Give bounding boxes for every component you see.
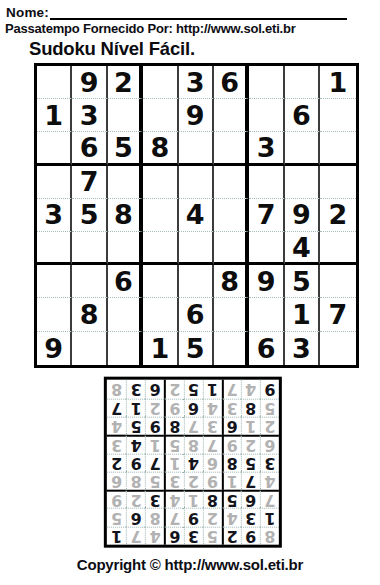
solution-cell-r9c2: 4: [241, 380, 260, 398]
puzzle-cell-r7c6: 8: [214, 265, 249, 298]
solution-cell-r6c7: 1: [145, 435, 164, 453]
puzzle-cell-r6c6[interactable]: [214, 232, 249, 265]
solution-cell-r7c7: 9: [145, 417, 164, 435]
puzzle-cell-r2c4[interactable]: [143, 99, 178, 132]
puzzle-cell-r3c9[interactable]: [320, 132, 355, 165]
solution-cell-r5c7: 7: [145, 453, 164, 471]
solution-cell-r7c8: 5: [126, 417, 145, 435]
puzzle-cell-r9c6[interactable]: [214, 332, 249, 365]
solution-cell-r7c9: 4: [107, 417, 126, 435]
puzzle-cell-r9c4: 1: [143, 332, 178, 365]
solution-cell-r5c4: 6: [202, 453, 221, 471]
puzzle-cell-r6c4[interactable]: [143, 232, 178, 265]
puzzle-cell-r1c1[interactable]: [37, 66, 72, 99]
solution-cell-r4c6: 3: [164, 471, 183, 489]
puzzle-cell-r5c3: 8: [108, 199, 143, 232]
solution-cell-r3c9: 9: [107, 490, 126, 508]
puzzle-cell-r6c9[interactable]: [320, 232, 355, 265]
solution-cell-r2c2: 3: [241, 508, 260, 526]
solution-cell-r6c8: 4: [126, 435, 145, 453]
solution-cell-r4c4: 9: [202, 471, 221, 489]
puzzle-cell-r5c9: 2: [320, 199, 355, 232]
puzzle-cell-r1c3: 2: [108, 66, 143, 99]
puzzle-cell-r2c1: 1: [37, 99, 72, 132]
solution-cell-r8c3: 3: [222, 398, 241, 416]
puzzle-cell-r2c3[interactable]: [108, 99, 143, 132]
puzzle-cell-r5c8: 9: [285, 199, 320, 232]
puzzle-cell-r4c3[interactable]: [108, 166, 143, 199]
solution-cell-r9c6: 2: [164, 380, 183, 398]
puzzle-cell-r7c2[interactable]: [72, 265, 107, 298]
puzzle-cell-r1c2: 9: [72, 66, 107, 99]
puzzle-cell-r5c7: 7: [249, 199, 284, 232]
solution-cell-r7c3: 6: [222, 417, 241, 435]
solution-cell-r4c9: 6: [107, 471, 126, 489]
solution-cell-r5c5: 4: [183, 453, 202, 471]
puzzle-cell-r5c2: 5: [72, 199, 107, 232]
solution-cell-r9c4: 1: [202, 380, 221, 398]
solution-cell-r8c7: 2: [145, 398, 164, 416]
puzzle-cell-r3c3: 5: [108, 132, 143, 165]
puzzle-cell-r4c6[interactable]: [214, 166, 249, 199]
puzzle-cell-r3c6[interactable]: [214, 132, 249, 165]
puzzle-cell-r9c2[interactable]: [72, 332, 107, 365]
solution-cell-r1c5: 3: [183, 526, 202, 544]
copyright-line: Copyright © http://www.sol.eti.br: [0, 556, 380, 573]
puzzle-cell-r4c7[interactable]: [249, 166, 284, 199]
provider-line: Passatempo Fornecido Por: http://www.sol…: [5, 21, 296, 36]
puzzle-cell-r8c5: 6: [179, 298, 214, 331]
sudoku-puzzle-grid[interactable]: 92361139665837358479246895861791563: [34, 63, 359, 368]
puzzle-cell-r1c9: 1: [320, 66, 355, 99]
puzzle-cell-r3c5[interactable]: [179, 132, 214, 165]
solution-cell-r2c3: 4: [222, 508, 241, 526]
puzzle-cell-r6c2[interactable]: [72, 232, 107, 265]
solution-cell-r9c9: 8: [107, 380, 126, 398]
page-title: Sudoku Nível Fácil.: [29, 38, 195, 60]
solution-cell-r5c1: 3: [260, 453, 279, 471]
solution-cell-r4c2: 7: [241, 471, 260, 489]
puzzle-cell-r2c8: 6: [285, 99, 320, 132]
solution-cell-r4c5: 2: [183, 471, 202, 489]
solution-cell-r1c3: 2: [222, 526, 241, 544]
puzzle-cell-r9c1: 9: [37, 332, 72, 365]
puzzle-cell-r2c7[interactable]: [249, 99, 284, 132]
puzzle-cell-r9c7: 6: [249, 332, 284, 365]
puzzle-cell-r6c3[interactable]: [108, 232, 143, 265]
puzzle-cell-r3c7: 3: [249, 132, 284, 165]
solution-cell-r8c9: 7: [107, 398, 126, 416]
solution-cell-r1c8: 7: [126, 526, 145, 544]
puzzle-cell-r1c8[interactable]: [285, 66, 320, 99]
solution-cell-r1c4: 5: [202, 526, 221, 544]
solution-cell-r6c9: 3: [107, 435, 126, 453]
solution-cell-r9c3: 7: [222, 380, 241, 398]
puzzle-cell-r4c4[interactable]: [143, 166, 178, 199]
puzzle-cell-r4c5[interactable]: [179, 166, 214, 199]
solution-cell-r2c7: 8: [145, 508, 164, 526]
solution-cell-r1c9: 1: [107, 526, 126, 544]
name-row: Nome:: [6, 2, 348, 20]
solution-cell-r9c1: 9: [260, 380, 279, 398]
solution-cell-r3c3: 5: [222, 490, 241, 508]
puzzle-cell-r4c9[interactable]: [320, 166, 355, 199]
solution-cell-r8c4: 4: [202, 398, 221, 416]
solution-cell-r2c4: 2: [202, 508, 221, 526]
solution-cell-r3c2: 6: [241, 490, 260, 508]
puzzle-cell-r5c4[interactable]: [143, 199, 178, 232]
puzzle-cell-r7c4[interactable]: [143, 265, 178, 298]
puzzle-cell-r6c1[interactable]: [37, 232, 72, 265]
solution-cell-r6c5: 8: [183, 435, 202, 453]
solution-cell-r3c4: 8: [202, 490, 221, 508]
solution-cell-r1c6: 6: [164, 526, 183, 544]
solution-cell-r2c6: 7: [164, 508, 183, 526]
solution-cell-r8c8: 1: [126, 398, 145, 416]
puzzle-cell-r7c3: 6: [108, 265, 143, 298]
solution-cell-r6c2: 2: [241, 435, 260, 453]
solution-cell-r5c9: 2: [107, 453, 126, 471]
puzzle-cell-r6c8: 4: [285, 232, 320, 265]
name-label: Nome:: [6, 5, 49, 20]
puzzle-cell-r9c5: 5: [179, 332, 214, 365]
solution-cell-r6c6: 5: [164, 435, 183, 453]
puzzle-cell-r3c4: 8: [143, 132, 178, 165]
solution-cell-r7c5: 7: [183, 417, 202, 435]
solution-cell-r1c1: 8: [260, 526, 279, 544]
solution-cell-r5c8: 9: [126, 453, 145, 471]
solution-cell-r8c5: 6: [183, 398, 202, 416]
solution-cell-r7c1: 2: [260, 417, 279, 435]
puzzle-cell-r9c9[interactable]: [320, 332, 355, 365]
solution-cell-r4c7: 5: [145, 471, 164, 489]
solution-cell-r1c7: 4: [145, 526, 164, 544]
solution-cell-r8c6: 9: [164, 398, 183, 416]
solution-cell-r8c1: 5: [260, 398, 279, 416]
solution-cell-r4c1: 4: [260, 471, 279, 489]
puzzle-cell-r1c6: 6: [214, 66, 249, 99]
puzzle-cell-r1c7[interactable]: [249, 66, 284, 99]
puzzle-cell-r4c2: 7: [72, 166, 107, 199]
puzzle-cell-r3c1[interactable]: [37, 132, 72, 165]
solution-cell-r2c5: 9: [183, 508, 202, 526]
solution-cell-r5c6: 1: [164, 453, 183, 471]
puzzle-cell-r8c7[interactable]: [249, 298, 284, 331]
solution-cell-r6c1: 6: [260, 435, 279, 453]
solution-cell-r3c1: 7: [260, 490, 279, 508]
solution-cell-r1c2: 9: [241, 526, 260, 544]
puzzle-cell-r8c6[interactable]: [214, 298, 249, 331]
puzzle-cell-r1c5: 3: [179, 66, 214, 99]
solution-cell-r7c6: 8: [164, 417, 183, 435]
puzzle-cell-r7c5[interactable]: [179, 265, 214, 298]
sudoku-solution-grid-rotated: 8925364711342978657658143294719235863586…: [104, 377, 282, 548]
puzzle-cell-r5c1: 3: [37, 199, 72, 232]
puzzle-cell-r7c7: 9: [249, 265, 284, 298]
puzzle-cell-r9c3[interactable]: [108, 332, 143, 365]
puzzle-cell-r8c3[interactable]: [108, 298, 143, 331]
puzzle-cell-r8c1[interactable]: [37, 298, 72, 331]
solution-cell-r8c2: 8: [241, 398, 260, 416]
solution-cell-r7c4: 3: [202, 417, 221, 435]
solution-cell-r4c8: 8: [126, 471, 145, 489]
puzzle-cell-r3c2: 6: [72, 132, 107, 165]
solution-cell-r4c3: 1: [222, 471, 241, 489]
puzzle-cell-r5c5: 4: [179, 199, 214, 232]
puzzle-cell-r8c9: 7: [320, 298, 355, 331]
solution-cell-r5c2: 5: [241, 453, 260, 471]
puzzle-cell-r7c9[interactable]: [320, 265, 355, 298]
puzzle-cell-r7c8: 5: [285, 265, 320, 298]
solution-cell-r3c8: 2: [126, 490, 145, 508]
solution-cell-r9c7: 6: [145, 380, 164, 398]
solution-cell-r2c9: 5: [107, 508, 126, 526]
puzzle-cell-r8c4[interactable]: [143, 298, 178, 331]
puzzle-cell-r3c8[interactable]: [285, 132, 320, 165]
puzzle-cell-r6c7[interactable]: [249, 232, 284, 265]
solution-cell-r2c1: 1: [260, 508, 279, 526]
puzzle-cell-r6c5[interactable]: [179, 232, 214, 265]
puzzle-cell-r5c6[interactable]: [214, 199, 249, 232]
puzzle-cell-r8c2: 8: [72, 298, 107, 331]
solution-cell-r3c6: 4: [164, 490, 183, 508]
solution-cell-r9c8: 3: [126, 380, 145, 398]
puzzle-cell-r1c4[interactable]: [143, 66, 178, 99]
solution-cell-r2c8: 6: [126, 508, 145, 526]
puzzle-cell-r7c1[interactable]: [37, 265, 72, 298]
solution-cell-r5c3: 8: [222, 453, 241, 471]
solution-cell-r3c7: 3: [145, 490, 164, 508]
solution-cell-r7c2: 1: [241, 417, 260, 435]
puzzle-cell-r9c8: 3: [285, 332, 320, 365]
name-blank-line[interactable]: [50, 5, 347, 20]
puzzle-cell-r8c8: 1: [285, 298, 320, 331]
puzzle-cell-r2c5: 9: [179, 99, 214, 132]
solution-cell-r6c3: 9: [222, 435, 241, 453]
puzzle-cell-r4c1[interactable]: [37, 166, 72, 199]
puzzle-cell-r2c6[interactable]: [214, 99, 249, 132]
puzzle-cell-r2c2: 3: [72, 99, 107, 132]
solution-cell-r6c4: 7: [202, 435, 221, 453]
puzzle-cell-r4c8[interactable]: [285, 166, 320, 199]
sudoku-worksheet-page: Nome: Passatempo Fornecido Por: http://w…: [0, 0, 380, 585]
puzzle-cell-r2c9[interactable]: [320, 99, 355, 132]
solution-cell-r9c5: 5: [183, 380, 202, 398]
solution-cell-r3c5: 1: [183, 490, 202, 508]
